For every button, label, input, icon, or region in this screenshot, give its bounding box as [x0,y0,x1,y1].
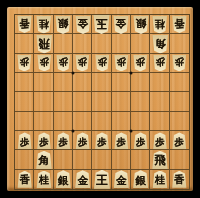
piece-glyph: 飛 [154,155,165,166]
square-r3c4: 歩 [73,54,92,73]
piece-glyph: 歩 [175,58,185,68]
piece-gote-pawn[interactable]: 歩 [172,55,187,72]
piece-glyph: 香 [174,19,184,29]
square-r1c7: 銀 [131,15,150,34]
square-r1c6: 金 [112,15,131,34]
square-r7c8: 歩 [150,131,169,150]
piece-glyph: 歩 [20,137,30,147]
piece-sente-silver[interactable]: 銀 [133,170,149,188]
piece-gote-knight[interactable]: 桂 [152,16,168,34]
piece-glyph: 桂 [155,19,165,29]
piece-sente-gold[interactable]: 金 [113,170,129,188]
board-cell[interactable] [34,73,53,92]
board-cell[interactable] [73,112,92,131]
piece-glyph: 角 [38,155,49,166]
square-r3c5: 歩 [92,54,111,73]
piece-glyph: 歩 [155,137,165,147]
square-r7c9: 歩 [170,131,189,150]
piece-sente-pawn[interactable]: 歩 [95,132,110,149]
piece-sente-pawn[interactable]: 歩 [17,132,32,149]
board-cell[interactable] [73,150,92,169]
piece-glyph: 桂 [39,175,49,185]
piece-gote-rook[interactable]: 飛 [36,35,53,54]
square-r7c1: 歩 [15,131,34,150]
piece-gote-silver[interactable]: 銀 [133,16,149,34]
board-cell[interactable] [131,92,150,111]
piece-gote-pawn[interactable]: 歩 [114,55,129,72]
board-cell[interactable] [112,150,131,169]
board-cell[interactable] [15,150,34,169]
piece-glyph: 歩 [78,58,88,68]
piece-glyph: 歩 [78,137,88,147]
board-cell[interactable] [170,112,189,131]
board-cell[interactable] [170,73,189,92]
piece-glyph: 歩 [136,58,146,68]
piece-gote-pawn[interactable]: 歩 [153,55,168,72]
square-r9c3: 銀 [54,170,73,189]
piece-glyph: 玉 [96,18,108,30]
piece-glyph: 歩 [155,58,165,68]
square-r9c5: 王 [92,170,111,189]
piece-gote-pawn[interactable]: 歩 [133,55,148,72]
board-cell[interactable] [170,92,189,111]
square-r1c8: 桂 [150,15,169,34]
piece-gote-lance[interactable]: 香 [172,16,187,33]
square-r3c9: 歩 [170,54,189,73]
piece-glyph: 銀 [135,175,146,186]
board-cell[interactable] [15,73,34,92]
board-cell[interactable] [92,73,111,92]
piece-gote-pawn[interactable]: 歩 [75,55,90,72]
board-cell[interactable] [34,92,53,111]
piece-glyph: 歩 [59,137,69,147]
square-r3c7: 歩 [131,54,150,73]
piece-glyph: 歩 [117,137,127,147]
square-r8c8: 飛 [150,150,169,169]
board-cell[interactable] [150,92,169,111]
piece-glyph: 歩 [20,58,30,68]
piece-glyph: 歩 [39,58,49,68]
square-r7c2: 歩 [34,131,53,150]
piece-gote-bishop[interactable]: 角 [152,35,169,54]
square-r9c7: 銀 [131,170,150,189]
piece-sente-rook[interactable]: 飛 [152,151,169,170]
piece-sente-pawn[interactable]: 歩 [153,132,168,149]
shogi-app-screen: 香桂銀金玉金銀桂香飛角歩歩歩歩歩歩歩歩歩歩歩歩歩歩歩歩歩歩角飛香桂銀金王金銀桂香 [0,0,200,198]
square-r9c6: 金 [112,170,131,189]
piece-glyph: 金 [116,175,127,186]
piece-gote-pawn[interactable]: 歩 [56,55,71,72]
piece-glyph: 歩 [117,58,127,68]
board-cell[interactable] [15,92,34,111]
piece-sente-lance[interactable]: 香 [17,171,32,188]
piece-sente-pawn[interactable]: 歩 [37,132,52,149]
piece-glyph: 香 [20,175,30,185]
piece-glyph: 歩 [175,137,185,147]
square-r3c1: 歩 [15,54,34,73]
board-cell[interactable] [131,34,150,53]
piece-glyph: 歩 [39,137,49,147]
square-r9c8: 桂 [150,170,169,189]
piece-sente-silver[interactable]: 銀 [55,170,71,188]
board-cell[interactable] [54,73,73,92]
board-cell[interactable] [170,34,189,53]
piece-gote-lance[interactable]: 香 [17,16,32,33]
piece-glyph: 銀 [58,18,69,29]
piece-glyph: 歩 [97,137,107,147]
piece-sente-pawn[interactable]: 歩 [172,132,187,149]
square-r3c6: 歩 [112,54,131,73]
piece-glyph: 角 [154,37,165,48]
piece-sente-pawn[interactable]: 歩 [56,132,71,149]
piece-gote-gold[interactable]: 金 [75,16,91,34]
piece-glyph: 銀 [135,18,146,29]
square-r3c8: 歩 [150,54,169,73]
square-r7c6: 歩 [112,131,131,150]
board-cell[interactable] [112,34,131,53]
square-r9c4: 金 [73,170,92,189]
board-cell[interactable] [15,112,34,131]
board-cell[interactable] [54,112,73,131]
square-r1c5: 玉 [92,15,111,34]
piece-sente-king[interactable]: 王 [93,170,110,189]
board-cell[interactable] [131,150,150,169]
piece-gote-knight[interactable]: 桂 [36,16,52,34]
piece-gote-pawn[interactable]: 歩 [17,55,32,72]
square-r2c8: 角 [150,34,169,53]
piece-glyph: 桂 [155,175,165,185]
board-cell[interactable] [150,73,169,92]
piece-glyph: 歩 [97,58,107,68]
square-r7c4: 歩 [73,131,92,150]
piece-sente-knight[interactable]: 桂 [36,171,52,189]
board-cell[interactable] [170,150,189,169]
board-cell[interactable] [92,150,111,169]
square-r1c1: 香 [15,15,34,34]
board-cell[interactable] [54,92,73,111]
piece-sente-pawn[interactable]: 歩 [75,132,90,149]
piece-glyph: 金 [77,175,88,186]
square-r7c7: 歩 [131,131,150,150]
board-cell[interactable] [131,73,150,92]
square-r7c3: 歩 [54,131,73,150]
board-cell[interactable] [131,112,150,131]
square-r1c3: 銀 [54,15,73,34]
board-cell[interactable] [92,34,111,53]
square-r7c5: 歩 [92,131,111,150]
board-cell[interactable] [92,112,111,131]
board-cell[interactable] [15,34,34,53]
square-r2c2: 飛 [34,34,53,53]
square-r9c1: 香 [15,170,34,189]
board-cell[interactable] [112,92,131,111]
shogi-board: 香桂銀金玉金銀桂香飛角歩歩歩歩歩歩歩歩歩歩歩歩歩歩歩歩歩歩角飛香桂銀金王金銀桂香 [7,7,193,191]
piece-gote-silver[interactable]: 銀 [55,16,71,34]
piece-sente-gold[interactable]: 金 [75,170,91,188]
square-r1c2: 桂 [34,15,53,34]
piece-sente-pawn[interactable]: 歩 [133,132,148,149]
board-cell[interactable] [112,112,131,131]
piece-gote-gold[interactable]: 金 [113,16,129,34]
square-r3c3: 歩 [54,54,73,73]
piece-glyph: 歩 [136,137,146,147]
square-r1c4: 金 [73,15,92,34]
square-r1c9: 香 [170,15,189,34]
piece-sente-bishop[interactable]: 角 [36,151,53,170]
square-r9c9: 香 [170,170,189,189]
board-cell[interactable] [54,34,73,53]
board-cell[interactable] [73,73,92,92]
board-cell[interactable] [112,73,131,92]
piece-sente-lance[interactable]: 香 [172,171,187,188]
board-cell[interactable] [73,34,92,53]
board-cell[interactable] [92,92,111,111]
piece-glyph: 金 [116,18,127,29]
board-cell[interactable] [54,150,73,169]
piece-sente-pawn[interactable]: 歩 [114,132,129,149]
board-cell[interactable] [150,112,169,131]
piece-glyph: 王 [96,175,108,187]
square-r8c2: 角 [34,150,53,169]
piece-gote-pawn[interactable]: 歩 [95,55,110,72]
piece-glyph: 銀 [58,175,69,186]
piece-gote-king[interactable]: 玉 [93,15,110,34]
piece-glyph: 歩 [59,58,69,68]
piece-sente-knight[interactable]: 桂 [152,171,168,189]
piece-glyph: 香 [174,175,184,185]
piece-glyph: 飛 [38,37,49,48]
board-cell[interactable] [73,92,92,111]
piece-gote-pawn[interactable]: 歩 [37,55,52,72]
board-cell[interactable] [34,112,53,131]
piece-glyph: 金 [77,18,88,29]
square-r3c2: 歩 [34,54,53,73]
square-r9c2: 桂 [34,170,53,189]
piece-glyph: 香 [20,19,30,29]
piece-glyph: 桂 [39,19,49,29]
